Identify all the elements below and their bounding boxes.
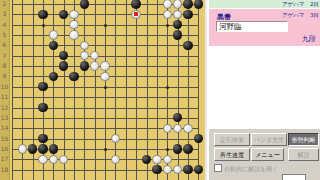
row-label: 2 bbox=[0, 1, 9, 7]
white-stone bbox=[90, 61, 99, 70]
grid-line-vertical bbox=[95, 0, 96, 180]
grid-line-vertical bbox=[105, 0, 106, 180]
grid-line-horizontal bbox=[12, 56, 198, 57]
black-stone bbox=[183, 41, 192, 50]
player-name-field[interactable] bbox=[216, 21, 288, 32]
star-point bbox=[42, 24, 45, 27]
grid-line-horizontal bbox=[12, 118, 198, 119]
white-stone bbox=[18, 144, 27, 153]
white-stone bbox=[163, 124, 172, 133]
white-stone bbox=[152, 155, 161, 164]
row-label: 3 bbox=[0, 11, 9, 17]
black-stone bbox=[80, 61, 89, 70]
player-rank-label: 九段 bbox=[302, 34, 316, 44]
commentary-area bbox=[209, 46, 320, 129]
black-stone bbox=[183, 0, 192, 9]
tool-button-1[interactable]: 定石検索 bbox=[214, 133, 250, 146]
white-stone bbox=[163, 165, 172, 174]
white-stone bbox=[49, 155, 58, 164]
black-stone bbox=[28, 144, 37, 153]
star-point bbox=[166, 24, 169, 27]
black-stone bbox=[131, 0, 140, 9]
black-stone bbox=[49, 144, 58, 153]
black-stone bbox=[183, 144, 192, 153]
black-stone bbox=[183, 165, 192, 174]
auto-commentary-checkbox[interactable] bbox=[214, 164, 222, 172]
white-stone bbox=[111, 155, 120, 164]
star-point bbox=[104, 148, 107, 151]
row-label: 18 bbox=[0, 167, 9, 173]
black-stone bbox=[49, 41, 58, 50]
grid-line-vertical bbox=[198, 0, 199, 180]
black-stone bbox=[173, 30, 182, 39]
white-stone bbox=[100, 61, 109, 70]
white-stone bbox=[80, 41, 89, 50]
menu-button-1[interactable]: 再生速度 bbox=[214, 148, 250, 161]
black-stone bbox=[49, 72, 58, 81]
white-stone bbox=[38, 155, 47, 164]
black-stone bbox=[173, 144, 182, 153]
grid-line-vertical bbox=[84, 0, 85, 180]
white-stone bbox=[173, 10, 182, 19]
black-stone bbox=[38, 134, 47, 143]
white-stone bbox=[163, 0, 172, 9]
tool-button-2[interactable]: パンダ先生 bbox=[251, 133, 287, 146]
row-label: 5 bbox=[0, 32, 9, 38]
white-player-strip: アゲハマ 2目 bbox=[209, 0, 320, 9]
grid-line-vertical bbox=[12, 0, 13, 180]
white-captures-label: アゲハマ 2目 bbox=[282, 1, 319, 8]
grid-line-vertical bbox=[147, 0, 148, 180]
move-number-box[interactable] bbox=[282, 174, 306, 180]
playback-controls: |◀◀■▶▶| bbox=[212, 174, 306, 180]
row-label: 12 bbox=[0, 105, 9, 111]
black-stone bbox=[152, 165, 161, 174]
menu-button-3[interactable]: 解説 bbox=[288, 148, 319, 161]
grid-line-vertical bbox=[157, 0, 158, 180]
grid-line-vertical bbox=[136, 0, 137, 180]
app-window: アゲハマ 2目 黒番 アゲハマ 3目 九段 定石検索パンダ先生形勢判断 再生速度… bbox=[0, 0, 320, 180]
white-stone bbox=[163, 155, 172, 164]
white-stone bbox=[183, 124, 192, 133]
row-label: 13 bbox=[0, 115, 9, 121]
black-stone bbox=[69, 72, 78, 81]
row-label: 4 bbox=[0, 22, 9, 28]
black-stone bbox=[38, 103, 47, 112]
row-label: 16 bbox=[0, 146, 9, 152]
last-move-marker bbox=[134, 12, 138, 16]
row-label: 11 bbox=[0, 94, 9, 100]
auto-commentary-row: 自動的に解説を開く bbox=[214, 164, 320, 173]
white-stone bbox=[173, 124, 182, 133]
tool-button-3[interactable]: 形勢判断 bbox=[288, 133, 319, 146]
black-captures-label: アゲハマ 3目 bbox=[282, 12, 319, 19]
row-label: 14 bbox=[0, 125, 9, 131]
grid-line-vertical bbox=[167, 0, 168, 180]
white-stone bbox=[100, 72, 109, 81]
grid-line-horizontal bbox=[12, 45, 198, 46]
white-stone bbox=[69, 20, 78, 29]
row-label: 17 bbox=[0, 156, 9, 162]
row-label: 6 bbox=[0, 42, 9, 48]
grid-line-horizontal bbox=[12, 35, 198, 36]
white-stone bbox=[69, 30, 78, 39]
row-label: 10 bbox=[0, 84, 9, 90]
white-stone bbox=[173, 0, 182, 9]
white-stone bbox=[69, 10, 78, 19]
white-stone bbox=[49, 30, 58, 39]
white-stone bbox=[163, 10, 172, 19]
black-stone bbox=[59, 61, 68, 70]
grid-line-horizontal bbox=[12, 97, 198, 98]
side-panel: アゲハマ 2目 黒番 アゲハマ 3目 九段 定石検索パンダ先生形勢判断 再生速度… bbox=[205, 0, 320, 180]
black-stone bbox=[80, 0, 89, 9]
grid-line-vertical bbox=[64, 0, 65, 180]
black-stone bbox=[38, 10, 47, 19]
black-stone bbox=[38, 144, 47, 153]
menu-button-2[interactable]: メニュー bbox=[251, 148, 284, 161]
row-label: 15 bbox=[0, 136, 9, 142]
row-label: 8 bbox=[0, 63, 9, 69]
grid-line-vertical bbox=[126, 0, 127, 180]
black-stone bbox=[142, 155, 151, 164]
controls-area: 定石検索パンダ先生形勢判断 再生速度メニュー解説 自動的に解説を開く |◀◀■▶… bbox=[209, 129, 320, 180]
row-label: 9 bbox=[0, 73, 9, 79]
black-stone bbox=[183, 10, 192, 19]
auto-commentary-label: 自動的に解説を開く bbox=[224, 165, 278, 172]
black-player-panel: 黒番 アゲハマ 3目 九段 bbox=[209, 9, 320, 46]
row-label: 7 bbox=[0, 53, 9, 59]
grid-line-vertical bbox=[115, 0, 116, 180]
star-point bbox=[104, 86, 107, 89]
star-point bbox=[104, 24, 107, 27]
black-stone bbox=[194, 0, 203, 9]
star-point bbox=[166, 86, 169, 89]
